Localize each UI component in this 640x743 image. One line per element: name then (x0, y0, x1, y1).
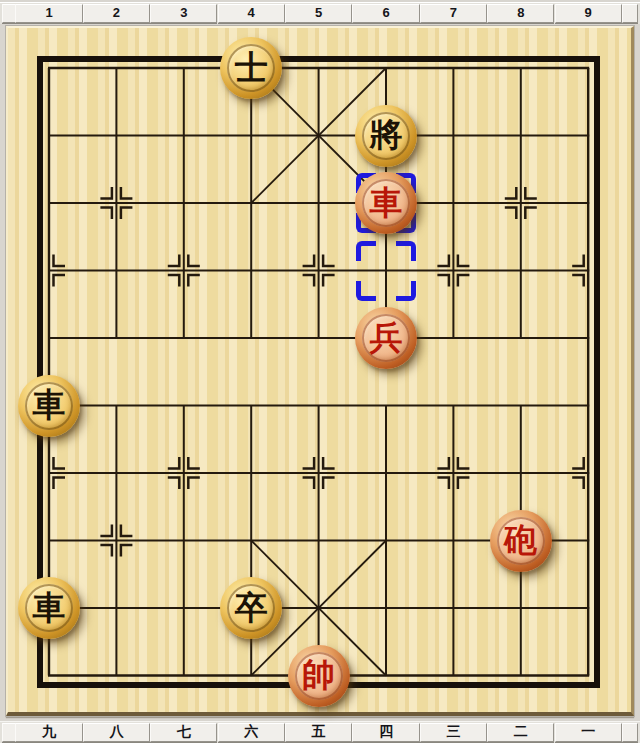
point-marker (121, 525, 132, 537)
highlight-corner-icon (396, 241, 416, 261)
point-marker (572, 478, 584, 490)
point-marker (303, 275, 315, 287)
point-marker (323, 457, 335, 469)
piece-face: 卒 (227, 584, 275, 632)
piece-character: 帥 (302, 659, 335, 692)
point-marker (168, 255, 180, 267)
point-marker (168, 457, 180, 469)
piece-red-general[interactable]: 帥 (288, 645, 350, 707)
point-marker (572, 255, 584, 267)
point-marker (54, 275, 66, 287)
piece-face: 車 (25, 584, 73, 632)
board-grid (0, 0, 640, 743)
piece-face: 兵 (362, 314, 410, 362)
piece-red-soldier[interactable]: 兵 (355, 307, 417, 369)
board: 士將車兵車砲車卒帥 (0, 0, 640, 743)
point-marker (100, 545, 112, 557)
point-marker (303, 457, 315, 469)
point-marker (437, 457, 449, 469)
point-marker (54, 457, 66, 469)
piece-face: 車 (362, 179, 410, 227)
point-marker (188, 275, 200, 287)
point-marker (323, 255, 335, 267)
point-marker (505, 187, 517, 199)
highlight-corner-icon (356, 241, 376, 261)
point-marker (458, 457, 470, 469)
point-marker (100, 525, 112, 537)
point-marker (323, 478, 335, 490)
piece-red-cannon[interactable]: 砲 (490, 510, 552, 572)
piece-character: 砲 (504, 524, 537, 557)
piece-black-general[interactable]: 將 (355, 105, 417, 167)
piece-black-soldier[interactable]: 卒 (220, 577, 282, 639)
piece-character: 卒 (235, 592, 268, 625)
point-marker (505, 208, 517, 220)
piece-character: 車 (33, 592, 66, 625)
piece-character: 士 (235, 52, 268, 85)
point-marker (572, 457, 584, 469)
point-marker (121, 545, 132, 557)
point-marker (303, 255, 315, 267)
point-marker (525, 208, 537, 220)
point-marker (303, 478, 315, 490)
point-marker (100, 208, 112, 220)
point-marker (458, 275, 470, 287)
piece-black-chariot[interactable]: 車 (18, 375, 80, 437)
point-marker (168, 275, 180, 287)
piece-face: 車 (25, 382, 73, 430)
piece-character: 車 (33, 389, 66, 422)
point-marker (323, 275, 335, 287)
highlight-corner-icon (396, 281, 416, 301)
point-marker (54, 255, 66, 267)
piece-character: 將 (370, 119, 403, 152)
point-marker (121, 208, 132, 220)
point-marker (188, 255, 200, 267)
move-highlight-from (356, 241, 416, 301)
piece-black-advisor[interactable]: 士 (220, 37, 282, 99)
piece-character: 車 (370, 187, 403, 220)
point-marker (525, 187, 537, 199)
piece-face: 將 (362, 112, 410, 160)
xiangqi-app: 123456789 士將車兵車砲車卒帥 九八七六五四三二一 (0, 0, 640, 743)
point-marker (572, 275, 584, 287)
piece-face: 砲 (497, 517, 545, 565)
point-marker (458, 478, 470, 490)
highlight-corner-icon (356, 281, 376, 301)
point-marker (188, 478, 200, 490)
point-marker (168, 478, 180, 490)
point-marker (437, 478, 449, 490)
piece-red-chariot[interactable]: 車 (355, 172, 417, 234)
piece-black-chariot[interactable]: 車 (18, 577, 80, 639)
point-marker (54, 478, 66, 490)
point-marker (437, 255, 449, 267)
piece-face: 帥 (295, 652, 343, 700)
point-marker (188, 457, 200, 469)
point-marker (437, 275, 449, 287)
point-marker (100, 187, 112, 199)
point-marker (458, 255, 470, 267)
piece-character: 兵 (370, 322, 403, 355)
point-marker (121, 187, 132, 199)
piece-face: 士 (227, 44, 275, 92)
